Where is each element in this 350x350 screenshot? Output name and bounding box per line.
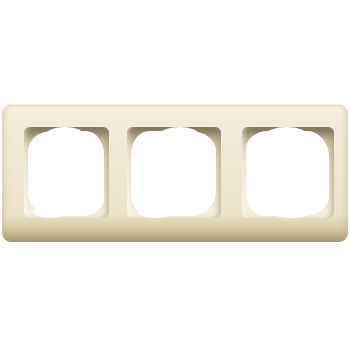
product-photo (0, 0, 350, 350)
frame-opening-2 (127, 127, 221, 218)
switch-frame-3gang (2, 104, 348, 242)
opening-cutout-3 (246, 131, 329, 216)
frame-opening-3 (242, 127, 334, 218)
opening-cutout-2 (131, 131, 216, 216)
frame-opening-1 (24, 127, 109, 218)
opening-cutout-1 (28, 131, 104, 216)
